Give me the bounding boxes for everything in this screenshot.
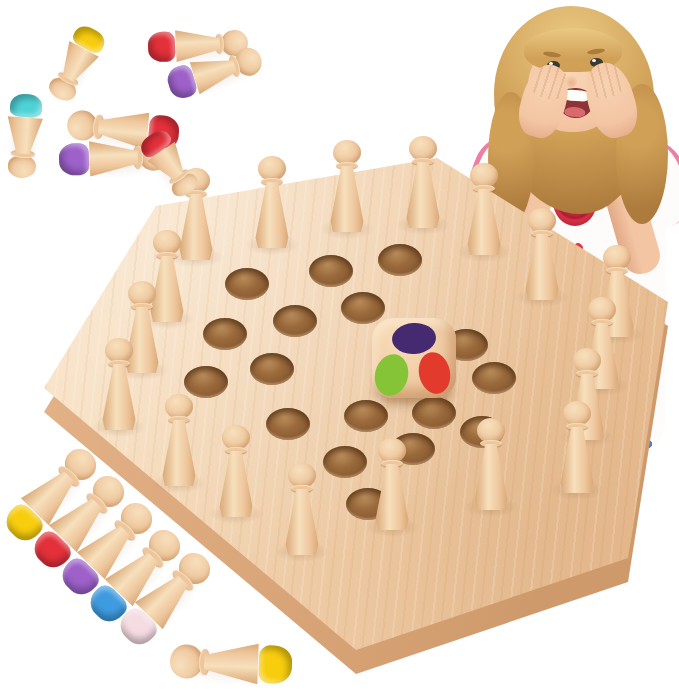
memory-peg-yellow-tip[interactable]: [169, 638, 293, 688]
peg-color-tip: [258, 645, 292, 684]
peg-body: [203, 641, 263, 685]
loose-pegs-layer: [0, 0, 679, 693]
peg-body: [85, 139, 139, 178]
memory-peg-cyan-tip[interactable]: [1, 93, 47, 180]
memory-peg-yellow-tip[interactable]: [41, 21, 111, 108]
product-photo-scene: [0, 0, 679, 693]
peg-color-tip: [9, 93, 43, 118]
peg-color-tip: [147, 31, 176, 62]
peg-color-tip: [58, 142, 89, 176]
peg-body: [4, 113, 44, 156]
